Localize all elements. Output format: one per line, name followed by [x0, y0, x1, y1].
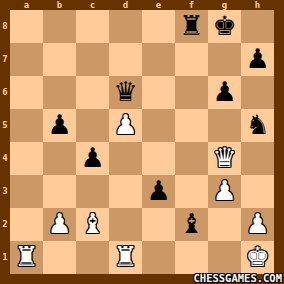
- white-pawn-g3: ♟: [208, 175, 241, 208]
- file-labels: abcdefgh: [10, 0, 274, 10]
- square-d4: [109, 142, 142, 175]
- square-a7: [10, 43, 43, 76]
- square-d6: ♛: [109, 76, 142, 109]
- rank-labels: 87654321: [0, 10, 10, 274]
- square-e3: ♟: [142, 175, 175, 208]
- rank-label-6: 6: [0, 76, 10, 109]
- black-queen-d6: ♛: [109, 76, 142, 109]
- white-rook-a1: ♜: [10, 241, 43, 274]
- square-c7: [76, 43, 109, 76]
- square-d1: ♜: [109, 241, 142, 274]
- square-g6: ♟: [208, 76, 241, 109]
- square-c1: [76, 241, 109, 274]
- black-rook-f8: ♜: [175, 10, 208, 43]
- square-a8: [10, 10, 43, 43]
- square-d3: [109, 175, 142, 208]
- square-a3: [10, 175, 43, 208]
- rank-label-3: 3: [0, 175, 10, 208]
- square-h2: ♟: [241, 208, 274, 241]
- square-f4: [175, 142, 208, 175]
- file-label-f: f: [175, 0, 208, 10]
- square-a4: [10, 142, 43, 175]
- square-g5: [208, 109, 241, 142]
- black-pawn-e3: ♟: [142, 175, 175, 208]
- black-pawn-h7: ♟: [241, 43, 274, 76]
- file-label-h: h: [241, 0, 274, 10]
- square-h7: ♟: [241, 43, 274, 76]
- black-bishop-f2: ♝: [175, 208, 208, 241]
- square-h1: ♚: [241, 241, 274, 274]
- white-king-h1: ♚: [241, 241, 274, 274]
- square-d8: [109, 10, 142, 43]
- square-a1: ♜: [10, 241, 43, 274]
- square-d7: [109, 43, 142, 76]
- square-g3: ♟: [208, 175, 241, 208]
- square-b6: [43, 76, 76, 109]
- black-king-g8: ♚: [208, 10, 241, 43]
- white-pawn-b2: ♟: [43, 208, 76, 241]
- square-e8: [142, 10, 175, 43]
- square-b2: ♟: [43, 208, 76, 241]
- square-c2: ♝: [76, 208, 109, 241]
- square-e4: [142, 142, 175, 175]
- site-watermark: CHESSGAMES.COM: [193, 272, 282, 284]
- square-g1: [208, 241, 241, 274]
- rank-label-1: 1: [0, 241, 10, 274]
- square-h4: [241, 142, 274, 175]
- rank-label-2: 2: [0, 208, 10, 241]
- file-label-d: d: [109, 0, 142, 10]
- square-e6: [142, 76, 175, 109]
- square-a2: [10, 208, 43, 241]
- square-h5: ♞: [241, 109, 274, 142]
- white-pawn-d5: ♟: [109, 109, 142, 142]
- square-g7: [208, 43, 241, 76]
- white-bishop-c2: ♝: [76, 208, 109, 241]
- square-h8: [241, 10, 274, 43]
- square-b1: [43, 241, 76, 274]
- white-rook-d1: ♜: [109, 241, 142, 274]
- file-label-a: a: [10, 0, 43, 10]
- square-h6: [241, 76, 274, 109]
- file-label-e: e: [142, 0, 175, 10]
- file-label-g: g: [208, 0, 241, 10]
- square-h3: [241, 175, 274, 208]
- file-label-b: b: [43, 0, 76, 10]
- square-b4: [43, 142, 76, 175]
- square-c5: [76, 109, 109, 142]
- file-label-c: c: [76, 0, 109, 10]
- square-a5: [10, 109, 43, 142]
- square-c8: [76, 10, 109, 43]
- square-f5: [175, 109, 208, 142]
- square-e1: [142, 241, 175, 274]
- square-f2: ♝: [175, 208, 208, 241]
- black-pawn-b5: ♟: [43, 109, 76, 142]
- square-g4: ♛: [208, 142, 241, 175]
- square-d2: [109, 208, 142, 241]
- square-f1: [175, 241, 208, 274]
- square-f3: [175, 175, 208, 208]
- rank-label-7: 7: [0, 43, 10, 76]
- square-b8: [43, 10, 76, 43]
- square-e7: [142, 43, 175, 76]
- black-pawn-c4: ♟: [76, 142, 109, 175]
- chess-board: ♜♚♟♛♟♟♟♞♟♛♟♟♟♝♝♟♜♜♚: [10, 10, 274, 274]
- white-queen-g4: ♛: [208, 142, 241, 175]
- square-f6: [175, 76, 208, 109]
- square-e5: [142, 109, 175, 142]
- square-c4: ♟: [76, 142, 109, 175]
- square-b7: [43, 43, 76, 76]
- square-b3: [43, 175, 76, 208]
- square-c6: [76, 76, 109, 109]
- square-e2: [142, 208, 175, 241]
- square-b5: ♟: [43, 109, 76, 142]
- square-f8: ♜: [175, 10, 208, 43]
- black-knight-h5: ♞: [241, 109, 274, 142]
- rank-label-4: 4: [0, 142, 10, 175]
- rank-label-8: 8: [0, 10, 10, 43]
- square-g8: ♚: [208, 10, 241, 43]
- square-g2: [208, 208, 241, 241]
- chess-board-frame: abcdefgh 87654321 ♜♚♟♛♟♟♟♞♟♛♟♟♟♝♝♟♜♜♚ CH…: [0, 0, 284, 284]
- white-pawn-h2: ♟: [241, 208, 274, 241]
- square-f7: [175, 43, 208, 76]
- square-a6: [10, 76, 43, 109]
- rank-label-5: 5: [0, 109, 10, 142]
- square-c3: [76, 175, 109, 208]
- black-pawn-g6: ♟: [208, 76, 241, 109]
- square-d5: ♟: [109, 109, 142, 142]
